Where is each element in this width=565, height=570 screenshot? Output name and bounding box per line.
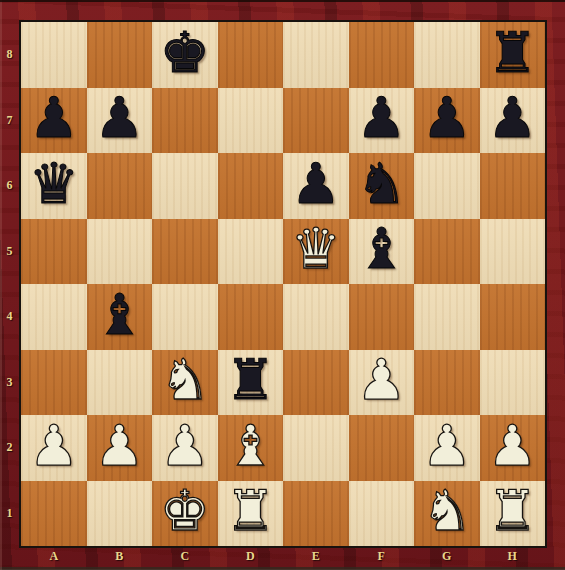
square-f3[interactable]: ♟ <box>349 350 415 416</box>
square-g3[interactable] <box>414 350 480 416</box>
square-d5[interactable] <box>218 219 284 285</box>
square-c1[interactable]: ♚ <box>152 481 218 547</box>
square-g5[interactable] <box>414 219 480 285</box>
rank-label-7: 7 <box>0 88 19 154</box>
square-b1[interactable] <box>87 481 153 547</box>
piece-black-pawn-a7[interactable]: ♟ <box>29 90 79 146</box>
piece-black-rook-d3[interactable]: ♜ <box>225 352 275 408</box>
square-g6[interactable] <box>414 153 480 219</box>
file-label-c: C <box>152 547 218 566</box>
rank-label-8: 8 <box>0 22 19 88</box>
square-b8[interactable] <box>87 22 153 88</box>
square-e1[interactable] <box>283 481 349 547</box>
square-h1[interactable]: ♜ <box>480 481 546 547</box>
rank-labels: 8 7 6 5 4 3 2 1 <box>0 22 19 546</box>
square-a8[interactable] <box>21 22 87 88</box>
piece-white-knight-g1[interactable]: ♞ <box>422 483 472 539</box>
rank-label-6: 6 <box>0 153 19 219</box>
piece-white-pawn-g2[interactable]: ♟ <box>422 418 472 474</box>
square-f6[interactable]: ♞ <box>349 153 415 219</box>
square-b7[interactable]: ♟ <box>87 88 153 154</box>
square-a6[interactable]: ♛ <box>21 153 87 219</box>
piece-black-pawn-f7[interactable]: ♟ <box>356 90 406 146</box>
square-a3[interactable] <box>21 350 87 416</box>
square-b3[interactable] <box>87 350 153 416</box>
rank-label-5: 5 <box>0 219 19 285</box>
rank-label-4: 4 <box>0 284 19 350</box>
square-a4[interactable] <box>21 284 87 350</box>
piece-black-pawn-h7[interactable]: ♟ <box>487 90 537 146</box>
square-e3[interactable] <box>283 350 349 416</box>
square-b2[interactable]: ♟ <box>87 415 153 481</box>
square-b4[interactable]: ♝ <box>87 284 153 350</box>
piece-white-pawn-b2[interactable]: ♟ <box>94 418 144 474</box>
piece-black-pawn-e6[interactable]: ♟ <box>291 156 341 212</box>
square-h8[interactable]: ♜ <box>480 22 546 88</box>
square-h4[interactable] <box>480 284 546 350</box>
file-label-a: A <box>21 547 87 566</box>
square-g1[interactable]: ♞ <box>414 481 480 547</box>
square-h5[interactable] <box>480 219 546 285</box>
rank-label-2: 2 <box>0 415 19 481</box>
square-d7[interactable] <box>218 88 284 154</box>
piece-black-knight-f6[interactable]: ♞ <box>356 156 406 212</box>
square-e6[interactable]: ♟ <box>283 153 349 219</box>
rank-label-1: 1 <box>0 481 19 547</box>
square-h6[interactable] <box>480 153 546 219</box>
piece-white-king-c1[interactable]: ♚ <box>160 483 210 539</box>
square-g4[interactable] <box>414 284 480 350</box>
chessboard-frame: 8 7 6 5 4 3 2 1 ♚♜♟♟♟♟♟♛♟♞♛♝♝♞♜♟♟♟♟♝♟♟♚♜… <box>0 0 565 570</box>
square-g8[interactable] <box>414 22 480 88</box>
rank-label-3: 3 <box>0 350 19 416</box>
piece-black-bishop-b4[interactable]: ♝ <box>94 287 144 343</box>
square-e5[interactable]: ♛ <box>283 219 349 285</box>
square-h2[interactable]: ♟ <box>480 415 546 481</box>
file-labels: A B C D E F G H <box>21 547 545 566</box>
file-label-h: H <box>480 547 546 566</box>
piece-black-pawn-b7[interactable]: ♟ <box>94 90 144 146</box>
piece-white-rook-d1[interactable]: ♜ <box>225 483 275 539</box>
square-b5[interactable] <box>87 219 153 285</box>
piece-black-pawn-g7[interactable]: ♟ <box>422 90 472 146</box>
piece-white-queen-e5[interactable]: ♛ <box>291 221 341 277</box>
piece-white-rook-h1[interactable]: ♜ <box>487 483 537 539</box>
square-e4[interactable] <box>283 284 349 350</box>
square-c7[interactable] <box>152 88 218 154</box>
square-f8[interactable] <box>349 22 415 88</box>
piece-black-queen-a6[interactable]: ♛ <box>29 156 79 212</box>
piece-white-pawn-f3[interactable]: ♟ <box>356 352 406 408</box>
square-a2[interactable]: ♟ <box>21 415 87 481</box>
piece-black-king-c8[interactable]: ♚ <box>160 25 210 81</box>
square-d1[interactable]: ♜ <box>218 481 284 547</box>
square-f4[interactable] <box>349 284 415 350</box>
piece-black-bishop-f5[interactable]: ♝ <box>356 221 406 277</box>
square-c8[interactable]: ♚ <box>152 22 218 88</box>
piece-white-pawn-c2[interactable]: ♟ <box>160 418 210 474</box>
square-g7[interactable]: ♟ <box>414 88 480 154</box>
file-label-e: E <box>283 547 349 566</box>
square-g2[interactable]: ♟ <box>414 415 480 481</box>
square-c3[interactable]: ♞ <box>152 350 218 416</box>
square-d2[interactable]: ♝ <box>218 415 284 481</box>
square-a5[interactable] <box>21 219 87 285</box>
square-c6[interactable] <box>152 153 218 219</box>
square-b6[interactable] <box>87 153 153 219</box>
piece-white-knight-c3[interactable]: ♞ <box>160 352 210 408</box>
square-c5[interactable] <box>152 219 218 285</box>
square-f5[interactable]: ♝ <box>349 219 415 285</box>
square-a7[interactable]: ♟ <box>21 88 87 154</box>
square-c2[interactable]: ♟ <box>152 415 218 481</box>
file-label-f: F <box>349 547 415 566</box>
chessboard: ♚♜♟♟♟♟♟♛♟♞♛♝♝♞♜♟♟♟♟♝♟♟♚♜♞♜ <box>19 20 547 548</box>
piece-white-bishop-d2[interactable]: ♝ <box>225 418 275 474</box>
square-d8[interactable] <box>218 22 284 88</box>
file-label-d: D <box>218 547 284 566</box>
square-d3[interactable]: ♜ <box>218 350 284 416</box>
file-label-g: G <box>414 547 480 566</box>
piece-white-pawn-a2[interactable]: ♟ <box>29 418 79 474</box>
square-c4[interactable] <box>152 284 218 350</box>
square-a1[interactable] <box>21 481 87 547</box>
file-label-b: B <box>87 547 153 566</box>
piece-black-rook-h8[interactable]: ♜ <box>487 25 537 81</box>
square-d4[interactable] <box>218 284 284 350</box>
square-f2[interactable] <box>349 415 415 481</box>
piece-white-pawn-h2[interactable]: ♟ <box>487 418 537 474</box>
square-f1[interactable] <box>349 481 415 547</box>
square-h3[interactable] <box>480 350 546 416</box>
square-f7[interactable]: ♟ <box>349 88 415 154</box>
square-d6[interactable] <box>218 153 284 219</box>
square-h7[interactable]: ♟ <box>480 88 546 154</box>
square-e8[interactable] <box>283 22 349 88</box>
square-e2[interactable] <box>283 415 349 481</box>
square-e7[interactable] <box>283 88 349 154</box>
